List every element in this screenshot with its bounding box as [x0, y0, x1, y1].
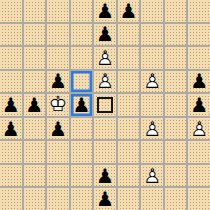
white-pawn: ♟	[96, 48, 114, 68]
square-r1c8[interactable]	[188, 24, 210, 46]
square-r6c2[interactable]	[47, 141, 69, 163]
square-r3c4[interactable]: ♟	[94, 71, 116, 93]
square-r1c7[interactable]	[165, 24, 187, 46]
square-r6c7[interactable]	[165, 141, 187, 163]
square-r0c5[interactable]: ♟	[118, 0, 140, 22]
square-r2c2[interactable]	[47, 47, 69, 69]
square-r7c5[interactable]	[118, 165, 140, 187]
black-pawn: ♟	[96, 24, 114, 44]
white-pawn: ♟	[190, 119, 208, 139]
square-r8c8[interactable]	[188, 188, 210, 210]
white-pawn: ♟	[96, 71, 114, 91]
square-r6c4[interactable]	[94, 141, 116, 163]
black-pawn: ♟	[96, 166, 114, 186]
square-r2c8[interactable]	[188, 47, 210, 69]
square-r5c5[interactable]	[118, 118, 140, 140]
white-pawn: ♟	[143, 119, 161, 139]
square-r4c7[interactable]	[165, 94, 187, 116]
square-r5c8[interactable]: ♟	[188, 118, 210, 140]
square-r4c5[interactable]	[118, 94, 140, 116]
square-r3c8[interactable]: ♟	[188, 71, 210, 93]
square-r3c2[interactable]: ♟	[47, 71, 69, 93]
white-king: ♚	[48, 94, 67, 115]
square-r8c7[interactable]	[165, 188, 187, 210]
square-r8c3[interactable]	[71, 188, 93, 210]
square-r5c4[interactable]	[94, 118, 116, 140]
square-r0c8[interactable]	[188, 0, 210, 22]
square-r4c8[interactable]: ♟	[188, 94, 210, 116]
square-r5c0[interactable]: ♟	[0, 118, 22, 140]
black-pawn: ♟	[49, 119, 67, 139]
square-r2c0[interactable]	[0, 47, 22, 69]
square-r6c3[interactable]	[71, 141, 93, 163]
square-r5c2[interactable]: ♟	[47, 118, 69, 140]
square-r3c6[interactable]: ♟	[141, 71, 163, 93]
square-r5c1[interactable]	[24, 118, 46, 140]
square-r4c2[interactable]: ♚	[47, 94, 69, 116]
square-r7c0[interactable]	[0, 165, 22, 187]
square-r8c5[interactable]	[118, 188, 140, 210]
square-r5c7[interactable]	[165, 118, 187, 140]
white-pawn: ♟	[143, 71, 161, 91]
board: ♟♟♟♟♟♟♟♟♟♟♚♟♟♟♟♟♟♟♟♟	[0, 0, 210, 210]
square-r6c5[interactable]	[118, 141, 140, 163]
square-r0c2[interactable]	[47, 0, 69, 22]
square-r0c1[interactable]	[24, 0, 46, 22]
black-pawn: ♟	[96, 1, 114, 21]
square-r3c7[interactable]	[165, 71, 187, 93]
square-r8c2[interactable]	[47, 188, 69, 210]
square-r1c5[interactable]	[118, 24, 140, 46]
square-r8c0[interactable]	[0, 188, 22, 210]
square-r5c3[interactable]	[71, 118, 93, 140]
square-r0c0[interactable]	[0, 0, 22, 22]
square-r1c1[interactable]	[24, 24, 46, 46]
black-pawn: ♟	[190, 71, 208, 91]
square-r2c7[interactable]	[165, 47, 187, 69]
square-r4c1[interactable]: ♟	[24, 94, 46, 116]
square-r5c6[interactable]: ♟	[141, 118, 163, 140]
move-target-marker-icon	[97, 97, 114, 114]
square-r2c1[interactable]	[24, 47, 46, 69]
square-r4c6[interactable]	[141, 94, 163, 116]
square-r3c3[interactable]	[71, 71, 93, 93]
square-r7c1[interactable]	[24, 165, 46, 187]
square-r2c4[interactable]: ♟	[94, 47, 116, 69]
square-r8c4[interactable]: ♟	[94, 188, 116, 210]
square-r6c1[interactable]	[24, 141, 46, 163]
square-r1c2[interactable]	[47, 24, 69, 46]
square-r2c3[interactable]	[71, 47, 93, 69]
square-r7c4[interactable]: ♟	[94, 165, 116, 187]
square-r3c1[interactable]	[24, 71, 46, 93]
square-r2c6[interactable]	[141, 47, 163, 69]
square-r1c0[interactable]	[0, 24, 22, 46]
square-r8c6[interactable]	[141, 188, 163, 210]
square-r2c5[interactable]	[118, 47, 140, 69]
square-r6c6[interactable]	[141, 141, 163, 163]
square-r8c1[interactable]	[24, 188, 46, 210]
square-r6c8[interactable]	[188, 141, 210, 163]
black-pawn: ♟	[72, 95, 90, 115]
black-pawn: ♟	[2, 95, 20, 115]
black-pawn: ♟	[190, 95, 208, 115]
square-r4c4[interactable]	[94, 94, 116, 116]
square-r4c3[interactable]: ♟	[71, 94, 93, 116]
square-r7c3[interactable]	[71, 165, 93, 187]
square-r0c7[interactable]	[165, 0, 187, 22]
square-r4c0[interactable]: ♟	[0, 94, 22, 116]
square-r7c2[interactable]	[47, 165, 69, 187]
square-r6c0[interactable]	[0, 141, 22, 163]
black-pawn: ♟	[120, 1, 138, 21]
white-pawn: ♟	[143, 166, 161, 186]
square-r1c3[interactable]	[71, 24, 93, 46]
square-r3c0[interactable]	[0, 71, 22, 93]
black-pawn: ♟	[25, 95, 43, 115]
black-pawn: ♟	[2, 119, 20, 139]
square-r7c7[interactable]	[165, 165, 187, 187]
black-pawn: ♟	[96, 189, 114, 209]
square-r0c3[interactable]	[71, 0, 93, 22]
square-r1c4[interactable]: ♟	[94, 24, 116, 46]
square-r0c6[interactable]	[141, 0, 163, 22]
square-r3c5[interactable]	[118, 71, 140, 93]
black-pawn: ♟	[49, 71, 67, 91]
square-r0c4[interactable]: ♟	[94, 0, 116, 22]
square-r1c6[interactable]	[141, 24, 163, 46]
square-r7c6[interactable]: ♟	[141, 165, 163, 187]
square-r7c8[interactable]	[188, 165, 210, 187]
